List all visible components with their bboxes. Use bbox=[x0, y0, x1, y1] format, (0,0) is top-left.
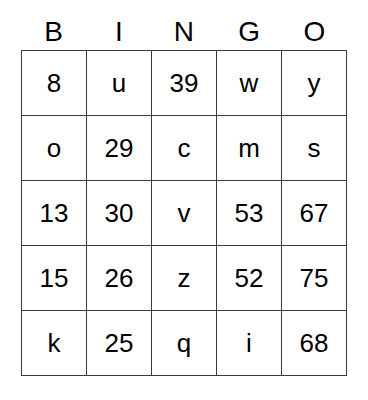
header-letter-b: B bbox=[21, 14, 86, 50]
cell-4-2[interactable]: q bbox=[152, 311, 216, 375]
cell-3-1[interactable]: 26 bbox=[87, 246, 151, 310]
cell-4-3[interactable]: i bbox=[217, 311, 281, 375]
cell-0-2[interactable]: 39 bbox=[152, 51, 216, 115]
cell-3-0[interactable]: 15 bbox=[22, 246, 86, 310]
cell-2-2[interactable]: v bbox=[152, 181, 216, 245]
cell-2-3[interactable]: 53 bbox=[217, 181, 281, 245]
cell-2-4[interactable]: 67 bbox=[282, 181, 346, 245]
cell-1-1[interactable]: 29 bbox=[87, 116, 151, 180]
cell-1-4[interactable]: s bbox=[282, 116, 346, 180]
bingo-header: B I N G O bbox=[21, 14, 347, 50]
header-letter-n: N bbox=[151, 14, 216, 50]
bingo-card: B I N G O 8 u 39 w y o 29 c m s 13 30 v … bbox=[21, 14, 347, 376]
header-letter-o: O bbox=[282, 14, 347, 50]
cell-0-0[interactable]: 8 bbox=[22, 51, 86, 115]
header-letter-g: G bbox=[217, 14, 282, 50]
cell-0-1[interactable]: u bbox=[87, 51, 151, 115]
cell-4-0[interactable]: k bbox=[22, 311, 86, 375]
cell-3-4[interactable]: 75 bbox=[282, 246, 346, 310]
cell-2-0[interactable]: 13 bbox=[22, 181, 86, 245]
cell-2-1[interactable]: 30 bbox=[87, 181, 151, 245]
bingo-board: 8 u 39 w y o 29 c m s 13 30 v 53 67 15 2… bbox=[21, 50, 347, 376]
cell-3-2[interactable]: z bbox=[152, 246, 216, 310]
cell-1-3[interactable]: m bbox=[217, 116, 281, 180]
header-letter-i: I bbox=[86, 14, 151, 50]
cell-0-4[interactable]: y bbox=[282, 51, 346, 115]
cell-4-4[interactable]: 68 bbox=[282, 311, 346, 375]
cell-3-3[interactable]: 52 bbox=[217, 246, 281, 310]
cell-0-3[interactable]: w bbox=[217, 51, 281, 115]
cell-4-1[interactable]: 25 bbox=[87, 311, 151, 375]
cell-1-0[interactable]: o bbox=[22, 116, 86, 180]
cell-1-2[interactable]: c bbox=[152, 116, 216, 180]
